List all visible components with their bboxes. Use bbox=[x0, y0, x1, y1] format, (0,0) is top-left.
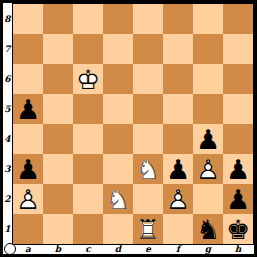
square-a5[interactable]: ♟ bbox=[13, 94, 43, 124]
black-king-h1[interactable]: ♚ bbox=[223, 214, 253, 244]
square-g8[interactable] bbox=[193, 4, 223, 34]
black-pawn-a5[interactable]: ♟ bbox=[13, 94, 43, 124]
square-h5[interactable] bbox=[223, 94, 253, 124]
square-e2[interactable] bbox=[133, 184, 163, 214]
square-h4[interactable] bbox=[223, 124, 253, 154]
white-to-move-indicator bbox=[4, 243, 16, 255]
square-c7[interactable] bbox=[73, 34, 103, 64]
white-knight-d2[interactable]: ♞♘ bbox=[103, 184, 133, 214]
square-h8[interactable] bbox=[223, 4, 253, 34]
white-king-outline-glyph: ♔ bbox=[73, 64, 103, 94]
square-e7[interactable] bbox=[133, 34, 163, 64]
square-d6[interactable] bbox=[103, 64, 133, 94]
rank-labels: 87654321 bbox=[3, 4, 12, 244]
file-label-d: d bbox=[103, 245, 133, 254]
rank-label-4: 4 bbox=[3, 124, 12, 154]
square-g6[interactable] bbox=[193, 64, 223, 94]
black-knight-glyph: ♞ bbox=[193, 214, 223, 244]
rank-label-6: 6 bbox=[3, 64, 12, 94]
black-king-glyph: ♚ bbox=[223, 214, 253, 244]
rank-label-1: 1 bbox=[3, 214, 12, 244]
white-pawn-outline-glyph: ♙ bbox=[163, 184, 193, 214]
square-f4[interactable] bbox=[163, 124, 193, 154]
square-f2[interactable]: ♟♙ bbox=[163, 184, 193, 214]
square-h3[interactable]: ♟ bbox=[223, 154, 253, 184]
square-a6[interactable] bbox=[13, 64, 43, 94]
black-pawn-glyph: ♟ bbox=[163, 154, 193, 184]
black-pawn-glyph: ♟ bbox=[193, 124, 223, 154]
board: ♚♔♟♟♟♞♘♟♟♙♟♟♙♞♘♟♙♟♜♖♞♚ bbox=[12, 3, 254, 245]
square-g5[interactable] bbox=[193, 94, 223, 124]
rank-label-7: 7 bbox=[3, 34, 12, 64]
square-a7[interactable] bbox=[13, 34, 43, 64]
square-h1[interactable]: ♚ bbox=[223, 214, 253, 244]
file-label-a: a bbox=[13, 245, 43, 254]
rank-label-3: 3 bbox=[3, 154, 12, 184]
square-e4[interactable] bbox=[133, 124, 163, 154]
square-d8[interactable] bbox=[103, 4, 133, 34]
square-a3[interactable]: ♟ bbox=[13, 154, 43, 184]
square-g4[interactable]: ♟ bbox=[193, 124, 223, 154]
file-label-f: f bbox=[163, 245, 193, 254]
square-b4[interactable] bbox=[43, 124, 73, 154]
black-pawn-g4[interactable]: ♟ bbox=[193, 124, 223, 154]
square-d4[interactable] bbox=[103, 124, 133, 154]
square-f5[interactable] bbox=[163, 94, 193, 124]
file-label-c: c bbox=[73, 245, 103, 254]
white-king-c6[interactable]: ♚♔ bbox=[73, 64, 103, 94]
white-pawn-g3[interactable]: ♟♙ bbox=[193, 154, 223, 184]
square-h6[interactable] bbox=[223, 64, 253, 94]
square-a8[interactable] bbox=[13, 4, 43, 34]
square-e1[interactable]: ♜♖ bbox=[133, 214, 163, 244]
square-c2[interactable] bbox=[73, 184, 103, 214]
square-a1[interactable] bbox=[13, 214, 43, 244]
black-pawn-h3[interactable]: ♟ bbox=[223, 154, 253, 184]
square-b8[interactable] bbox=[43, 4, 73, 34]
white-pawn-a2[interactable]: ♟♙ bbox=[13, 184, 43, 214]
square-d2[interactable]: ♞♘ bbox=[103, 184, 133, 214]
square-c3[interactable] bbox=[73, 154, 103, 184]
black-pawn-glyph: ♟ bbox=[223, 154, 253, 184]
square-f1[interactable] bbox=[163, 214, 193, 244]
white-pawn-outline-glyph: ♙ bbox=[193, 154, 223, 184]
square-d1[interactable] bbox=[103, 214, 133, 244]
white-knight-outline-glyph: ♘ bbox=[133, 154, 163, 184]
square-c5[interactable] bbox=[73, 94, 103, 124]
square-b3[interactable] bbox=[43, 154, 73, 184]
square-b2[interactable] bbox=[43, 184, 73, 214]
black-pawn-glyph: ♟ bbox=[223, 184, 253, 214]
square-g7[interactable] bbox=[193, 34, 223, 64]
white-knight-e3[interactable]: ♞♘ bbox=[133, 154, 163, 184]
square-g3[interactable]: ♟♙ bbox=[193, 154, 223, 184]
rank-label-8: 8 bbox=[3, 4, 12, 34]
square-e6[interactable] bbox=[133, 64, 163, 94]
black-pawn-glyph: ♟ bbox=[13, 154, 43, 184]
square-c6[interactable]: ♚♔ bbox=[73, 64, 103, 94]
square-f7[interactable] bbox=[163, 34, 193, 64]
file-label-h: h bbox=[223, 245, 253, 254]
file-label-e: e bbox=[133, 245, 163, 254]
square-e3[interactable]: ♞♘ bbox=[133, 154, 163, 184]
square-c1[interactable] bbox=[73, 214, 103, 244]
square-h2[interactable]: ♟ bbox=[223, 184, 253, 214]
square-f3[interactable]: ♟ bbox=[163, 154, 193, 184]
square-d5[interactable] bbox=[103, 94, 133, 124]
file-label-g: g bbox=[193, 245, 223, 254]
square-c4[interactable] bbox=[73, 124, 103, 154]
square-b6[interactable] bbox=[43, 64, 73, 94]
square-d3[interactable] bbox=[103, 154, 133, 184]
square-g1[interactable]: ♞ bbox=[193, 214, 223, 244]
square-d7[interactable] bbox=[103, 34, 133, 64]
square-a2[interactable]: ♟♙ bbox=[13, 184, 43, 214]
square-g2[interactable] bbox=[193, 184, 223, 214]
square-f6[interactable] bbox=[163, 64, 193, 94]
black-pawn-h2[interactable]: ♟ bbox=[223, 184, 253, 214]
square-b5[interactable] bbox=[43, 94, 73, 124]
square-e8[interactable] bbox=[133, 4, 163, 34]
chess-diagram: 87654321 ♚♔♟♟♟♞♘♟♟♙♟♟♙♞♘♟♙♟♜♖♞♚ abcdefgh bbox=[0, 0, 257, 257]
white-rook-outline-glyph: ♖ bbox=[133, 214, 163, 244]
white-pawn-outline-glyph: ♙ bbox=[13, 184, 43, 214]
white-rook-e1[interactable]: ♜♖ bbox=[133, 214, 163, 244]
black-knight-g1[interactable]: ♞ bbox=[193, 214, 223, 244]
black-pawn-a3[interactable]: ♟ bbox=[13, 154, 43, 184]
black-pawn-glyph: ♟ bbox=[13, 94, 43, 124]
square-b1[interactable] bbox=[43, 214, 73, 244]
square-b7[interactable] bbox=[43, 34, 73, 64]
black-pawn-f3[interactable]: ♟ bbox=[163, 154, 193, 184]
square-c8[interactable] bbox=[73, 4, 103, 34]
file-label-b: b bbox=[43, 245, 73, 254]
file-labels: abcdefgh bbox=[13, 245, 253, 254]
rank-label-2: 2 bbox=[3, 184, 12, 214]
square-e5[interactable] bbox=[133, 94, 163, 124]
white-pawn-f2[interactable]: ♟♙ bbox=[163, 184, 193, 214]
square-f8[interactable] bbox=[163, 4, 193, 34]
square-a4[interactable] bbox=[13, 124, 43, 154]
rank-label-5: 5 bbox=[3, 94, 12, 124]
white-knight-outline-glyph: ♘ bbox=[103, 184, 133, 214]
square-h7[interactable] bbox=[223, 34, 253, 64]
